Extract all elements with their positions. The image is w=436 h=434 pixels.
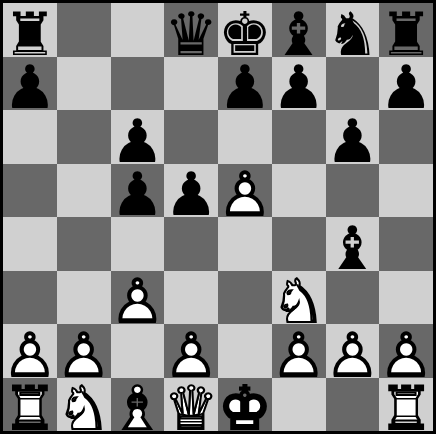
black-pawn-icon: ♟ [218,57,272,111]
square-a2[interactable]: ♟♙ [3,324,57,378]
white-bishop-icon: ♝♗ [111,378,165,432]
square-c8[interactable] [111,3,165,57]
square-c2[interactable] [111,324,165,378]
square-b5[interactable] [57,164,111,218]
square-e2[interactable] [218,324,272,378]
white-pawn-icon: ♟♙ [3,324,57,378]
black-bishop-icon: ♝ [326,217,380,271]
square-f8[interactable]: ♝ [272,3,326,57]
square-e1[interactable]: ♚♔ [218,378,272,432]
square-d6[interactable] [164,110,218,164]
square-g1[interactable] [326,378,380,432]
square-h8[interactable]: ♜ [379,3,433,57]
square-c7[interactable] [111,57,165,111]
black-queen-icon: ♛ [164,3,218,57]
square-a4[interactable] [3,217,57,271]
square-b2[interactable]: ♟♙ [57,324,111,378]
square-f6[interactable] [272,110,326,164]
square-c5[interactable]: ♟ [111,164,165,218]
square-e5[interactable]: ♟♙ [218,164,272,218]
square-h3[interactable] [379,271,433,325]
white-knight-icon: ♞♘ [57,378,111,432]
white-rook-icon: ♜♖ [379,378,433,432]
square-e4[interactable] [218,217,272,271]
white-pawn-icon: ♟♙ [379,324,433,378]
square-d3[interactable] [164,271,218,325]
square-b8[interactable] [57,3,111,57]
square-b6[interactable] [57,110,111,164]
white-pawn-icon: ♟♙ [57,324,111,378]
black-rook-icon: ♜ [379,3,433,57]
white-pawn-icon: ♟♙ [272,324,326,378]
square-g7[interactable] [326,57,380,111]
square-g3[interactable] [326,271,380,325]
white-pawn-icon: ♟♙ [164,324,218,378]
white-pawn-icon: ♟♙ [326,324,380,378]
square-h6[interactable] [379,110,433,164]
square-c4[interactable] [111,217,165,271]
square-f4[interactable] [272,217,326,271]
black-king-icon: ♚ [218,3,272,57]
white-knight-icon: ♞♘ [272,271,326,325]
black-pawn-icon: ♟ [111,164,165,218]
board-grid: ♜♛♚♝♞♜♟♟♟♟♟♟♟♟♟♙♝♟♙♞♘♟♙♟♙♟♙♟♙♟♙♟♙♜♖♞♘♝♗♛… [3,3,433,431]
white-pawn-icon: ♟♙ [218,164,272,218]
square-h4[interactable] [379,217,433,271]
square-f5[interactable] [272,164,326,218]
square-d1[interactable]: ♛♕ [164,378,218,432]
square-e3[interactable] [218,271,272,325]
white-rook-icon: ♜♖ [3,378,57,432]
square-f1[interactable] [272,378,326,432]
square-e6[interactable] [218,110,272,164]
square-h5[interactable] [379,164,433,218]
square-f7[interactable]: ♟ [272,57,326,111]
square-b3[interactable] [57,271,111,325]
white-king-icon: ♚♔ [218,378,272,432]
square-a8[interactable]: ♜ [3,3,57,57]
square-h2[interactable]: ♟♙ [379,324,433,378]
black-knight-icon: ♞ [326,3,380,57]
black-pawn-icon: ♟ [326,110,380,164]
square-g8[interactable]: ♞ [326,3,380,57]
black-pawn-icon: ♟ [272,57,326,111]
square-g4[interactable]: ♝ [326,217,380,271]
chess-board: ♜♛♚♝♞♜♟♟♟♟♟♟♟♟♟♙♝♟♙♞♘♟♙♟♙♟♙♟♙♟♙♟♙♜♖♞♘♝♗♛… [0,0,436,434]
square-b1[interactable]: ♞♘ [57,378,111,432]
square-h7[interactable]: ♟ [379,57,433,111]
square-a1[interactable]: ♜♖ [3,378,57,432]
black-rook-icon: ♜ [3,3,57,57]
square-c1[interactable]: ♝♗ [111,378,165,432]
square-d4[interactable] [164,217,218,271]
square-b4[interactable] [57,217,111,271]
square-e8[interactable]: ♚ [218,3,272,57]
square-g2[interactable]: ♟♙ [326,324,380,378]
square-e7[interactable]: ♟ [218,57,272,111]
square-d5[interactable]: ♟ [164,164,218,218]
square-b7[interactable] [57,57,111,111]
square-d7[interactable] [164,57,218,111]
square-c3[interactable]: ♟♙ [111,271,165,325]
black-pawn-icon: ♟ [3,57,57,111]
square-f3[interactable]: ♞♘ [272,271,326,325]
square-c6[interactable]: ♟ [111,110,165,164]
square-d2[interactable]: ♟♙ [164,324,218,378]
black-pawn-icon: ♟ [379,57,433,111]
square-a7[interactable]: ♟ [3,57,57,111]
black-pawn-icon: ♟ [111,110,165,164]
black-pawn-icon: ♟ [164,164,218,218]
square-a6[interactable] [3,110,57,164]
square-g5[interactable] [326,164,380,218]
square-a5[interactable] [3,164,57,218]
square-h1[interactable]: ♜♖ [379,378,433,432]
square-a3[interactable] [3,271,57,325]
square-d8[interactable]: ♛ [164,3,218,57]
square-g6[interactable]: ♟ [326,110,380,164]
white-pawn-icon: ♟♙ [111,271,165,325]
square-f2[interactable]: ♟♙ [272,324,326,378]
black-bishop-icon: ♝ [272,3,326,57]
white-queen-icon: ♛♕ [164,378,218,432]
